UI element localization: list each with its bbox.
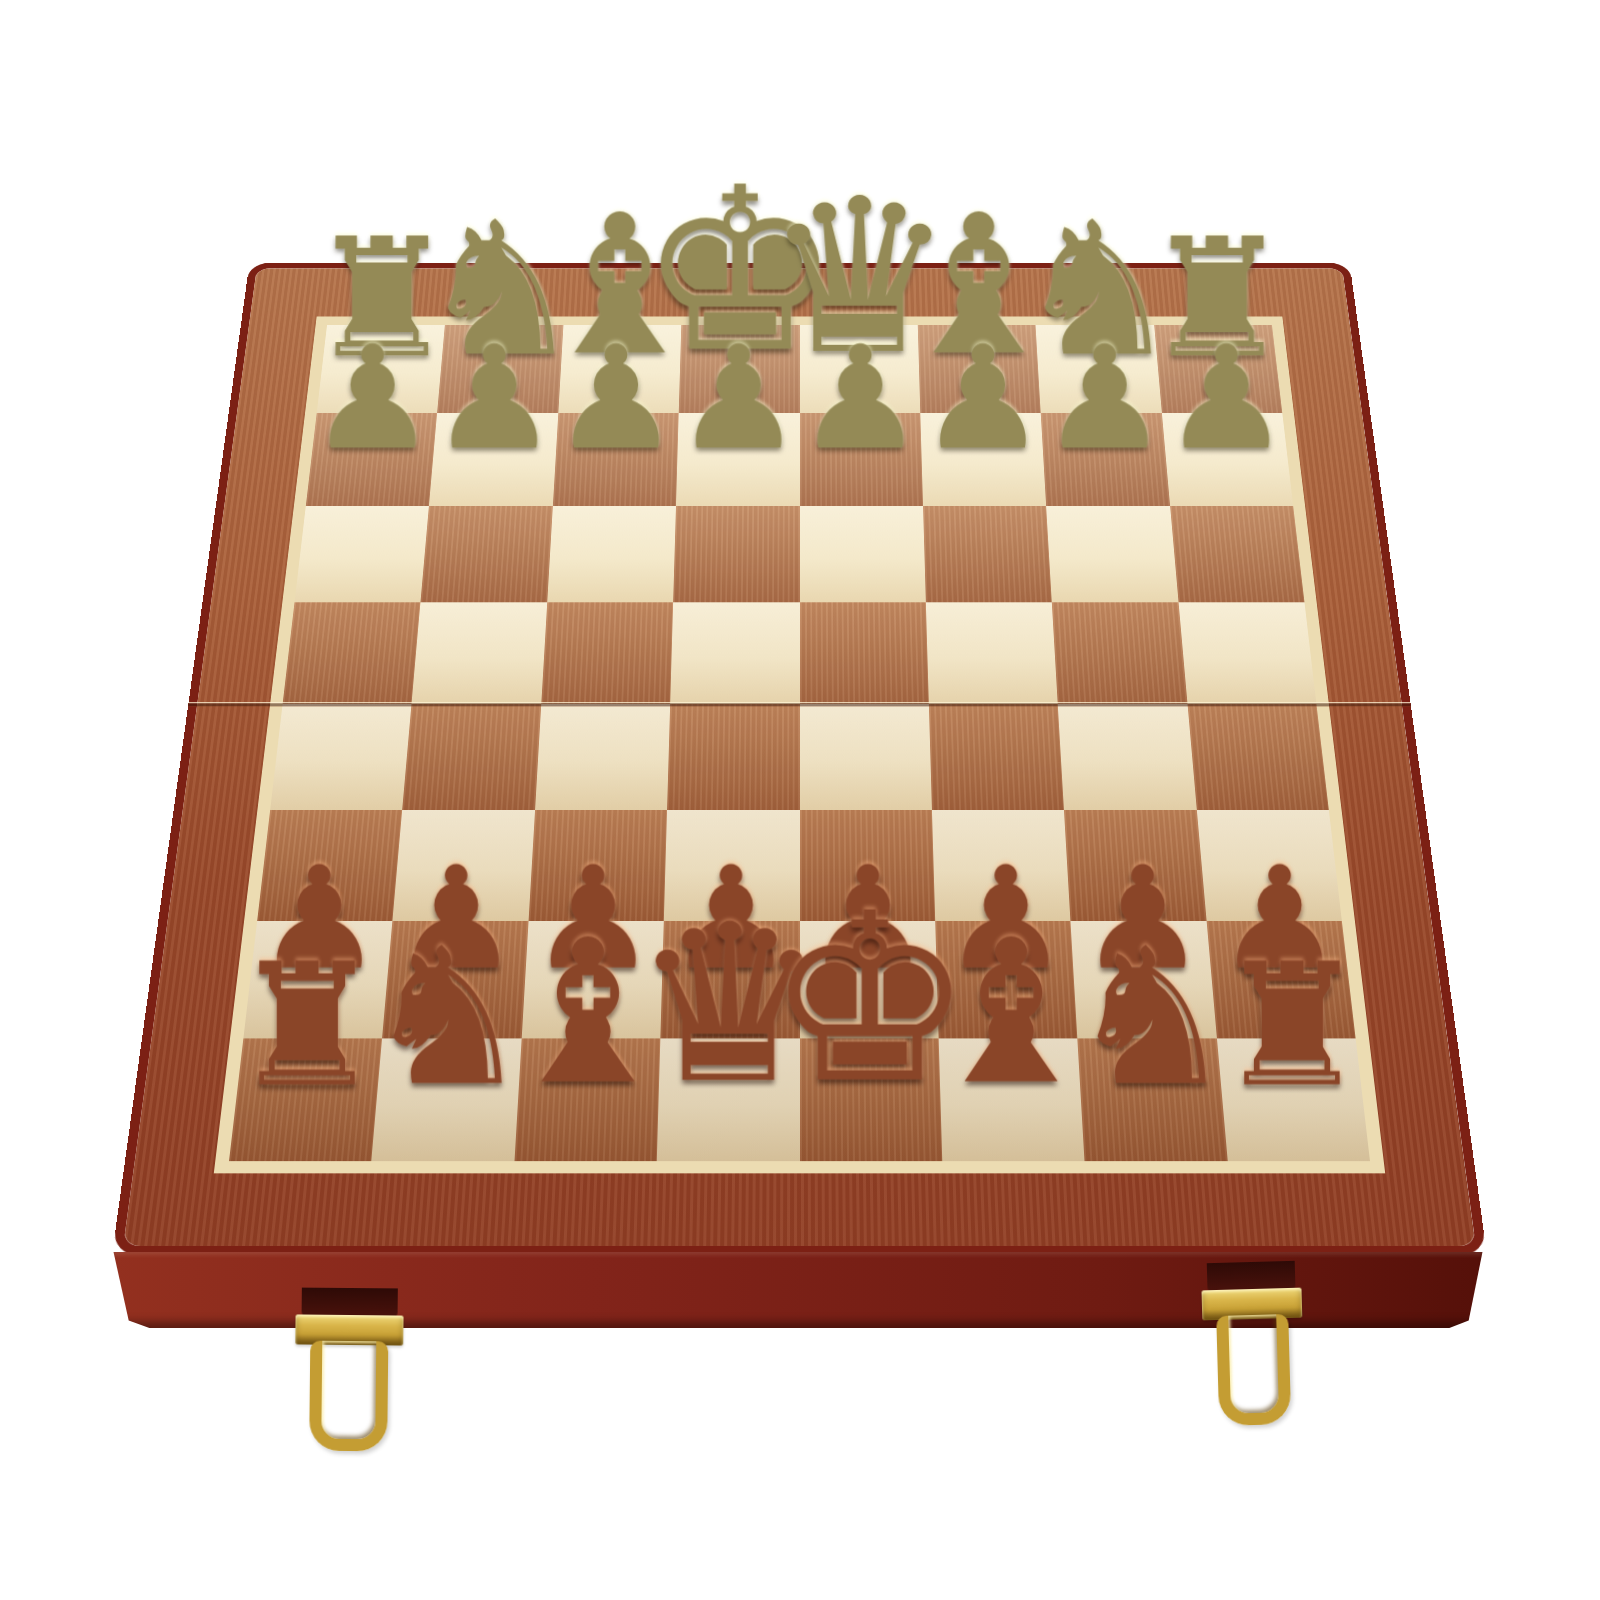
square-g8[interactable] xyxy=(1036,325,1162,413)
square-b1[interactable] xyxy=(372,1038,522,1161)
square-d1[interactable] xyxy=(657,1038,800,1161)
square-a2[interactable] xyxy=(243,921,392,1038)
square-h5[interactable] xyxy=(1178,602,1316,703)
square-a1[interactable] xyxy=(229,1038,382,1161)
square-d7[interactable] xyxy=(676,413,799,505)
square-h4[interactable] xyxy=(1187,704,1329,810)
square-h3[interactable] xyxy=(1196,810,1341,921)
square-e1[interactable] xyxy=(800,1038,943,1161)
square-c3[interactable] xyxy=(528,810,667,921)
board-frame xyxy=(123,268,1476,1246)
square-a4[interactable] xyxy=(270,704,412,810)
square-d4[interactable] xyxy=(667,704,799,810)
square-c8[interactable] xyxy=(558,325,681,413)
square-b7[interactable] xyxy=(429,413,558,505)
square-e7[interactable] xyxy=(800,413,923,505)
clasp-right-bail xyxy=(1216,1314,1291,1426)
product-photo: ♜♞♝♚♛♝♞♜♟♟♟♟♟♟♟♟♟♟♟♟♟♟♟♟♜♞♝♛♚♝♞♜ xyxy=(0,0,1600,1600)
square-c1[interactable] xyxy=(514,1038,660,1161)
square-a7[interactable] xyxy=(306,413,438,505)
square-b4[interactable] xyxy=(403,704,542,810)
chess-board xyxy=(229,325,1370,1161)
square-f2[interactable] xyxy=(935,921,1077,1038)
square-a6[interactable] xyxy=(295,506,430,603)
square-e8[interactable] xyxy=(800,325,921,413)
scene: ♜♞♝♚♛♝♞♜♟♟♟♟♟♟♟♟♟♟♟♟♟♟♟♟♜♞♝♛♚♝♞♜ xyxy=(112,0,1487,1255)
square-f8[interactable] xyxy=(918,325,1041,413)
square-f1[interactable] xyxy=(939,1038,1085,1161)
square-b8[interactable] xyxy=(437,325,563,413)
square-e2[interactable] xyxy=(800,921,939,1038)
square-c5[interactable] xyxy=(541,602,673,703)
square-f6[interactable] xyxy=(923,506,1052,603)
square-f5[interactable] xyxy=(926,602,1058,703)
square-h2[interactable] xyxy=(1206,921,1355,1038)
square-e4[interactable] xyxy=(800,704,932,810)
clasp-left xyxy=(294,1287,404,1451)
square-b5[interactable] xyxy=(412,602,547,703)
square-b6[interactable] xyxy=(421,506,553,603)
square-c7[interactable] xyxy=(553,413,679,505)
square-f7[interactable] xyxy=(920,413,1046,505)
square-a3[interactable] xyxy=(257,810,402,921)
square-c2[interactable] xyxy=(521,921,663,1038)
clasp-right xyxy=(1201,1261,1306,1427)
square-g2[interactable] xyxy=(1071,921,1217,1038)
square-c4[interactable] xyxy=(535,704,670,810)
square-g1[interactable] xyxy=(1078,1038,1228,1161)
square-g7[interactable] xyxy=(1041,413,1170,505)
square-a8[interactable] xyxy=(317,325,445,413)
square-d6[interactable] xyxy=(673,506,799,603)
square-e6[interactable] xyxy=(800,506,926,603)
square-a5[interactable] xyxy=(283,602,421,703)
square-f4[interactable] xyxy=(929,704,1064,810)
square-e5[interactable] xyxy=(800,602,929,703)
square-b2[interactable] xyxy=(382,921,528,1038)
square-h6[interactable] xyxy=(1170,506,1305,603)
square-e3[interactable] xyxy=(800,810,936,921)
clasp-left-recess xyxy=(302,1288,398,1318)
square-f3[interactable] xyxy=(932,810,1071,921)
square-d3[interactable] xyxy=(664,810,800,921)
square-g4[interactable] xyxy=(1058,704,1197,810)
square-d8[interactable] xyxy=(679,325,800,413)
square-g6[interactable] xyxy=(1046,506,1178,603)
square-h8[interactable] xyxy=(1154,325,1282,413)
chess-box: ♜♞♝♚♛♝♞♜♟♟♟♟♟♟♟♟♟♟♟♟♟♟♟♟♜♞♝♛♚♝♞♜ xyxy=(112,263,1487,1255)
square-g3[interactable] xyxy=(1064,810,1206,921)
inner-frame-line xyxy=(214,316,1385,1173)
square-d2[interactable] xyxy=(660,921,799,1038)
clasp-left-bail xyxy=(309,1341,388,1452)
square-h1[interactable] xyxy=(1217,1038,1370,1161)
square-h7[interactable] xyxy=(1162,413,1294,505)
square-g5[interactable] xyxy=(1052,602,1187,703)
square-d5[interactable] xyxy=(670,602,799,703)
square-c6[interactable] xyxy=(547,506,676,603)
square-b3[interactable] xyxy=(393,810,535,921)
